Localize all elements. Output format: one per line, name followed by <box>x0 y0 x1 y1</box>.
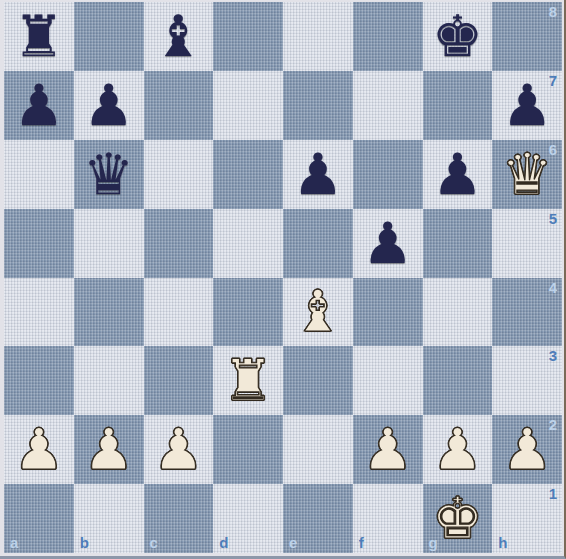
square-g5[interactable] <box>423 209 493 278</box>
rank-label-8: 8 <box>549 3 557 20</box>
piece-white-pawn[interactable]: ♟ <box>432 421 483 478</box>
rank-label-1: 1 <box>549 485 557 502</box>
square-b6[interactable]: ♛ <box>74 140 144 209</box>
piece-white-pawn[interactable]: ♟ <box>362 421 413 478</box>
piece-white-pawn[interactable]: ♟ <box>502 421 553 478</box>
piece-black-queen[interactable]: ♛ <box>83 146 134 203</box>
square-c7[interactable] <box>144 71 214 140</box>
piece-white-pawn[interactable]: ♟ <box>153 421 204 478</box>
square-c5[interactable] <box>144 209 214 278</box>
square-a4[interactable] <box>4 278 74 347</box>
square-a7[interactable]: ♟ <box>4 71 74 140</box>
square-h7[interactable]: ♟7 <box>492 71 562 140</box>
square-d1[interactable]: d <box>213 484 283 553</box>
square-e7[interactable] <box>283 71 353 140</box>
piece-black-pawn[interactable]: ♟ <box>292 146 343 203</box>
file-label-h: h <box>498 534 507 551</box>
square-a1[interactable]: a <box>4 484 74 553</box>
square-b3[interactable] <box>74 346 144 415</box>
square-h1[interactable]: 1h <box>492 484 562 553</box>
file-label-e: e <box>289 534 297 551</box>
piece-black-pawn[interactable]: ♟ <box>502 77 553 134</box>
square-a2[interactable]: ♟ <box>4 415 74 484</box>
square-e6[interactable]: ♟ <box>283 140 353 209</box>
rank-label-5: 5 <box>549 210 557 227</box>
square-d8[interactable] <box>213 2 283 71</box>
square-h4[interactable]: 4 <box>492 278 562 347</box>
square-f5[interactable]: ♟ <box>353 209 423 278</box>
square-h6[interactable]: ♛6 <box>492 140 562 209</box>
piece-white-bishop[interactable]: ♝ <box>292 283 343 340</box>
square-g2[interactable]: ♟ <box>423 415 493 484</box>
square-g3[interactable] <box>423 346 493 415</box>
square-c2[interactable]: ♟ <box>144 415 214 484</box>
square-b2[interactable]: ♟ <box>74 415 144 484</box>
square-e5[interactable] <box>283 209 353 278</box>
file-label-b: b <box>80 534 89 551</box>
piece-black-rook[interactable]: ♜ <box>13 8 64 65</box>
square-e4[interactable]: ♝ <box>283 278 353 347</box>
piece-white-pawn[interactable]: ♟ <box>83 421 134 478</box>
piece-black-pawn[interactable]: ♟ <box>13 77 64 134</box>
square-f8[interactable] <box>353 2 423 71</box>
square-e8[interactable] <box>283 2 353 71</box>
square-f2[interactable]: ♟ <box>353 415 423 484</box>
board-frame: ♜♝♚8♟♟♟7♛♟♟♛6♟5♝4♜3♟♟♟♟♟♟2abcdef♚g1h <box>0 0 566 559</box>
file-label-f: f <box>359 534 364 551</box>
square-b8[interactable] <box>74 2 144 71</box>
piece-white-queen[interactable]: ♛ <box>502 146 553 203</box>
square-g8[interactable]: ♚ <box>423 2 493 71</box>
square-c4[interactable] <box>144 278 214 347</box>
square-h2[interactable]: ♟2 <box>492 415 562 484</box>
square-b7[interactable]: ♟ <box>74 71 144 140</box>
file-label-c: c <box>150 534 158 551</box>
square-g6[interactable]: ♟ <box>423 140 493 209</box>
square-b1[interactable]: b <box>74 484 144 553</box>
square-d6[interactable] <box>213 140 283 209</box>
square-d2[interactable] <box>213 415 283 484</box>
piece-black-pawn[interactable]: ♟ <box>362 215 413 272</box>
square-d7[interactable] <box>213 71 283 140</box>
square-f4[interactable] <box>353 278 423 347</box>
square-f3[interactable] <box>353 346 423 415</box>
square-a5[interactable] <box>4 209 74 278</box>
square-f7[interactable] <box>353 71 423 140</box>
piece-white-king[interactable]: ♚ <box>432 490 483 547</box>
rank-label-3: 3 <box>549 347 557 364</box>
square-a8[interactable]: ♜ <box>4 2 74 71</box>
square-b5[interactable] <box>74 209 144 278</box>
square-e3[interactable] <box>283 346 353 415</box>
square-a3[interactable] <box>4 346 74 415</box>
square-c6[interactable] <box>144 140 214 209</box>
square-f1[interactable]: f <box>353 484 423 553</box>
file-label-a: a <box>10 534 18 551</box>
chess-board: ♜♝♚8♟♟♟7♛♟♟♛6♟5♝4♜3♟♟♟♟♟♟2abcdef♚g1h <box>4 2 562 553</box>
piece-white-pawn[interactable]: ♟ <box>13 421 64 478</box>
square-d5[interactable] <box>213 209 283 278</box>
square-f6[interactable] <box>353 140 423 209</box>
square-c1[interactable]: c <box>144 484 214 553</box>
piece-black-king[interactable]: ♚ <box>432 8 483 65</box>
square-h5[interactable]: 5 <box>492 209 562 278</box>
piece-white-rook[interactable]: ♜ <box>223 352 274 409</box>
square-d4[interactable] <box>213 278 283 347</box>
square-b4[interactable] <box>74 278 144 347</box>
square-h3[interactable]: 3 <box>492 346 562 415</box>
piece-black-pawn[interactable]: ♟ <box>83 77 134 134</box>
square-e2[interactable] <box>283 415 353 484</box>
piece-black-pawn[interactable]: ♟ <box>432 146 483 203</box>
square-d3[interactable]: ♜ <box>213 346 283 415</box>
file-label-d: d <box>219 534 228 551</box>
square-g1[interactable]: ♚g <box>423 484 493 553</box>
piece-black-bishop[interactable]: ♝ <box>153 8 204 65</box>
square-c8[interactable]: ♝ <box>144 2 214 71</box>
square-a6[interactable] <box>4 140 74 209</box>
square-g4[interactable] <box>423 278 493 347</box>
square-g7[interactable] <box>423 71 493 140</box>
square-c3[interactable] <box>144 346 214 415</box>
rank-label-4: 4 <box>549 279 557 296</box>
square-e1[interactable]: e <box>283 484 353 553</box>
chess-app: ♜♝♚8♟♟♟7♛♟♟♛6♟5♝4♜3♟♟♟♟♟♟2abcdef♚g1h <box>0 0 566 559</box>
square-h8[interactable]: 8 <box>492 2 562 71</box>
